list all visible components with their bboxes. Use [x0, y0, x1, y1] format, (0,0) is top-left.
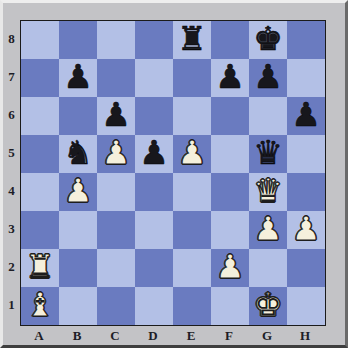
piece-white-pawn[interactable]: ♟: [63, 173, 93, 210]
piece-white-pawn[interactable]: ♟: [253, 211, 283, 248]
square-d3[interactable]: [135, 211, 173, 249]
piece-black-pawn[interactable]: ♟: [139, 135, 169, 172]
square-e5[interactable]: ♟: [173, 135, 211, 173]
piece-black-king[interactable]: ♚: [253, 21, 283, 58]
rank-label-8: 8: [3, 20, 20, 58]
file-label-d: D: [134, 327, 172, 345]
square-b5[interactable]: ♞: [59, 135, 97, 173]
piece-black-knight[interactable]: ♞: [63, 135, 93, 172]
square-e2[interactable]: [173, 249, 211, 287]
square-h8[interactable]: [287, 21, 325, 59]
square-a8[interactable]: [21, 21, 59, 59]
rank-label-4: 4: [3, 172, 20, 210]
square-h3[interactable]: ♟: [287, 211, 325, 249]
square-d5[interactable]: ♟: [135, 135, 173, 173]
rank-label-7: 7: [3, 58, 20, 96]
square-f5[interactable]: [211, 135, 249, 173]
square-c2[interactable]: [97, 249, 135, 287]
file-label-a: A: [20, 327, 58, 345]
square-f1[interactable]: [211, 287, 249, 325]
piece-black-pawn[interactable]: ♟: [215, 59, 245, 96]
square-e8[interactable]: ♜: [173, 21, 211, 59]
square-e7[interactable]: [173, 59, 211, 97]
square-b6[interactable]: [59, 97, 97, 135]
piece-black-pawn[interactable]: ♟: [63, 59, 93, 96]
piece-white-pawn[interactable]: ♟: [215, 249, 245, 286]
square-h7[interactable]: [287, 59, 325, 97]
square-a7[interactable]: [21, 59, 59, 97]
square-a1[interactable]: ♝: [21, 287, 59, 325]
rank-label-5: 5: [3, 134, 20, 172]
piece-black-rook[interactable]: ♜: [177, 21, 207, 58]
piece-white-pawn[interactable]: ♟: [291, 211, 321, 248]
square-h5[interactable]: [287, 135, 325, 173]
square-a4[interactable]: [21, 173, 59, 211]
piece-white-rook[interactable]: ♜: [25, 249, 55, 286]
rank-label-2: 2: [3, 248, 20, 286]
square-f2[interactable]: ♟: [211, 249, 249, 287]
square-d7[interactable]: [135, 59, 173, 97]
square-a2[interactable]: ♜: [21, 249, 59, 287]
square-b4[interactable]: ♟: [59, 173, 97, 211]
file-label-b: B: [58, 327, 96, 345]
square-a6[interactable]: [21, 97, 59, 135]
piece-white-king[interactable]: ♚: [253, 287, 283, 324]
piece-white-queen[interactable]: ♛: [253, 173, 283, 210]
square-f3[interactable]: [211, 211, 249, 249]
piece-black-pawn[interactable]: ♟: [291, 97, 321, 134]
square-h1[interactable]: [287, 287, 325, 325]
square-e1[interactable]: [173, 287, 211, 325]
square-d4[interactable]: [135, 173, 173, 211]
square-g3[interactable]: ♟: [249, 211, 287, 249]
piece-white-pawn[interactable]: ♟: [101, 135, 131, 172]
piece-black-queen[interactable]: ♛: [253, 135, 283, 172]
square-b1[interactable]: [59, 287, 97, 325]
square-c8[interactable]: [97, 21, 135, 59]
file-label-h: H: [286, 327, 324, 345]
square-c1[interactable]: [97, 287, 135, 325]
file-label-g: G: [248, 327, 286, 345]
square-b8[interactable]: [59, 21, 97, 59]
square-f8[interactable]: [211, 21, 249, 59]
square-c5[interactable]: ♟: [97, 135, 135, 173]
piece-white-bishop[interactable]: ♝: [25, 287, 55, 324]
square-d1[interactable]: [135, 287, 173, 325]
rank-label-3: 3: [3, 210, 20, 248]
square-g5[interactable]: ♛: [249, 135, 287, 173]
square-d2[interactable]: [135, 249, 173, 287]
chess-board: ♜♚♟♟♟♟♟♞♟♟♟♛♟♛♟♟♜♟♝♚: [20, 20, 326, 326]
square-g6[interactable]: [249, 97, 287, 135]
file-label-c: C: [96, 327, 134, 345]
piece-white-pawn[interactable]: ♟: [177, 135, 207, 172]
square-e4[interactable]: [173, 173, 211, 211]
square-c4[interactable]: [97, 173, 135, 211]
square-f6[interactable]: [211, 97, 249, 135]
square-g7[interactable]: ♟: [249, 59, 287, 97]
square-g1[interactable]: ♚: [249, 287, 287, 325]
square-d8[interactable]: [135, 21, 173, 59]
rank-labels: 87654321: [3, 20, 20, 326]
piece-black-pawn[interactable]: ♟: [253, 59, 283, 96]
square-f4[interactable]: [211, 173, 249, 211]
file-label-f: F: [210, 327, 248, 345]
square-f7[interactable]: ♟: [211, 59, 249, 97]
rank-label-6: 6: [3, 96, 20, 134]
piece-black-pawn[interactable]: ♟: [101, 97, 131, 134]
square-c7[interactable]: [97, 59, 135, 97]
square-h6[interactable]: ♟: [287, 97, 325, 135]
square-e6[interactable]: [173, 97, 211, 135]
square-h2[interactable]: [287, 249, 325, 287]
square-g4[interactable]: ♛: [249, 173, 287, 211]
square-b3[interactable]: [59, 211, 97, 249]
square-c6[interactable]: ♟: [97, 97, 135, 135]
square-d6[interactable]: [135, 97, 173, 135]
square-e3[interactable]: [173, 211, 211, 249]
square-g8[interactable]: ♚: [249, 21, 287, 59]
square-h4[interactable]: [287, 173, 325, 211]
square-a5[interactable]: [21, 135, 59, 173]
chess-diagram-frame: 87654321 ♜♚♟♟♟♟♟♞♟♟♟♛♟♛♟♟♜♟♝♚ ABCDEFGH: [0, 0, 348, 348]
square-a3[interactable]: [21, 211, 59, 249]
square-g2[interactable]: [249, 249, 287, 287]
file-labels: ABCDEFGH: [20, 327, 326, 345]
file-label-e: E: [172, 327, 210, 345]
square-b7[interactable]: ♟: [59, 59, 97, 97]
rank-label-1: 1: [3, 286, 20, 324]
square-b2[interactable]: [59, 249, 97, 287]
square-c3[interactable]: [97, 211, 135, 249]
